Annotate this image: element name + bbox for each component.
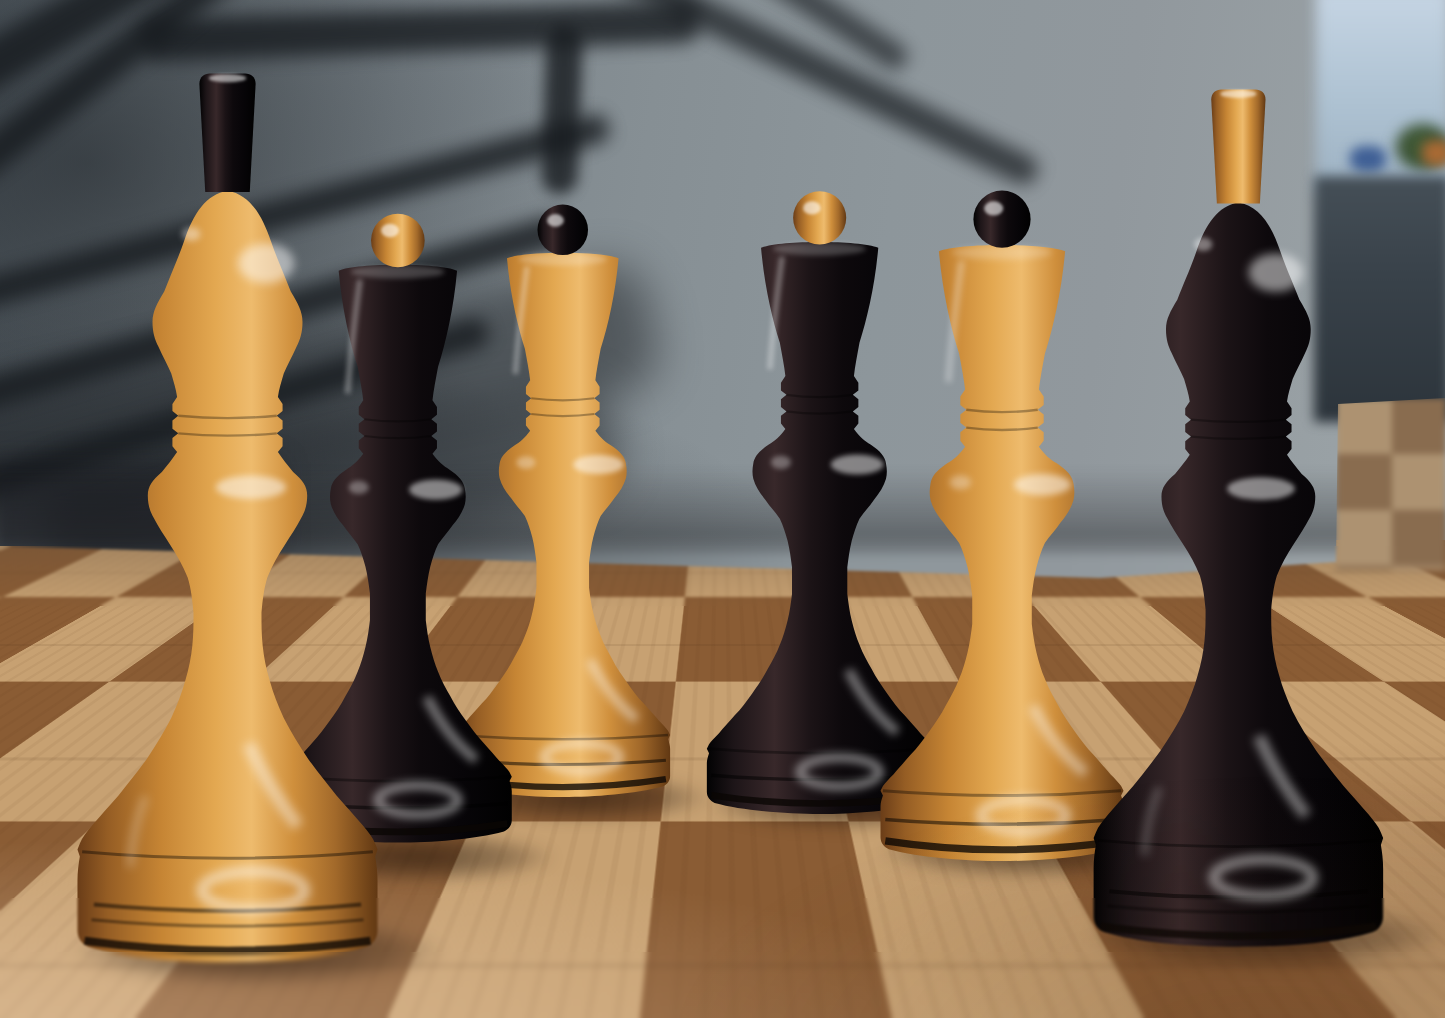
pieces-layer bbox=[0, 0, 1445, 1018]
black-king bbox=[1084, 86, 1393, 979]
scene bbox=[0, 0, 1445, 1018]
white-king bbox=[66, 70, 389, 996]
